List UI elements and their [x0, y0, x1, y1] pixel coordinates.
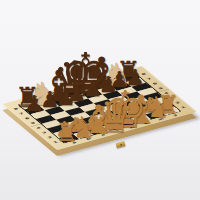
piece-white-rook-a1: ♜ — [55, 120, 78, 145]
chess-set-photo: ааббввггддеежжзз1122334455667788 ♜♞♝♛♚♝♞… — [0, 0, 200, 200]
piece-black-pawn-a7: ♟ — [24, 94, 44, 116]
brass-clasp — [115, 141, 125, 148]
